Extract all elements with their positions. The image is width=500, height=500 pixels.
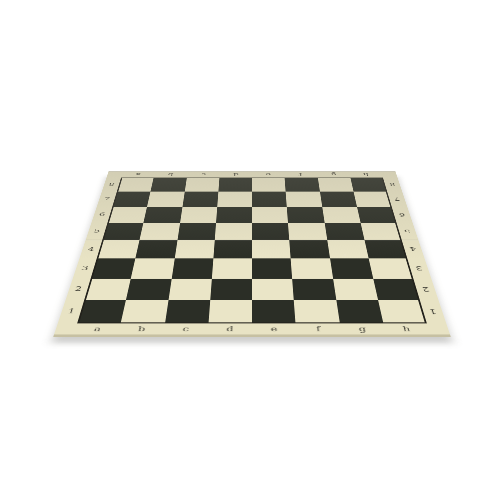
square-b5[interactable] (140, 223, 180, 240)
square-c7[interactable] (182, 192, 218, 207)
square-e7[interactable] (252, 192, 287, 207)
square-b8[interactable] (151, 178, 187, 192)
square-c3[interactable] (171, 259, 213, 279)
square-g5[interactable] (324, 223, 364, 240)
square-d1[interactable] (208, 300, 252, 323)
file-label-e-bottom: e (252, 323, 297, 334)
square-c6[interactable] (180, 207, 217, 223)
file-label-d-top: d (219, 172, 252, 178)
file-label-e-top: e (252, 172, 285, 178)
square-h7[interactable] (353, 192, 391, 207)
file-label-h-bottom: h (383, 323, 430, 334)
square-b2[interactable] (126, 278, 171, 300)
square-e4[interactable] (252, 240, 291, 259)
square-g4[interactable] (327, 240, 369, 259)
square-c5[interactable] (177, 223, 216, 240)
square-a4[interactable] (97, 240, 140, 259)
square-d3[interactable] (212, 259, 252, 279)
file-label-f-top: f (284, 172, 317, 178)
square-f6[interactable] (287, 207, 324, 223)
square-c4[interactable] (174, 240, 214, 259)
file-label-c-bottom: c (163, 323, 208, 334)
square-a1[interactable] (77, 300, 126, 323)
square-d7[interactable] (217, 192, 252, 207)
square-g1[interactable] (336, 300, 383, 323)
file-label-a-bottom: a (74, 323, 121, 334)
square-h1[interactable] (378, 300, 427, 323)
square-b7[interactable] (147, 192, 184, 207)
square-g7[interactable] (320, 192, 357, 207)
square-d2[interactable] (210, 278, 252, 300)
square-c2[interactable] (168, 278, 212, 300)
square-f8[interactable] (285, 178, 320, 192)
file-label-c-top: c (187, 172, 220, 178)
square-a5[interactable] (102, 223, 143, 240)
file-label-a-top: a (121, 172, 155, 178)
scene: abcdefgh8877665544332211abcdefgh (0, 0, 500, 500)
corner-bottom-right (427, 323, 450, 334)
square-h3[interactable] (368, 259, 413, 279)
square-e5[interactable] (252, 223, 289, 240)
square-a8[interactable] (117, 178, 154, 192)
file-label-b-top: b (154, 172, 188, 178)
chess-board: abcdefgh8877665544332211abcdefgh (54, 172, 450, 335)
file-label-b-bottom: b (118, 323, 164, 334)
square-e6[interactable] (252, 207, 288, 223)
square-e8[interactable] (252, 178, 286, 192)
square-d6[interactable] (216, 207, 252, 223)
square-d4[interactable] (213, 240, 252, 259)
square-c1[interactable] (165, 300, 210, 323)
square-f5[interactable] (288, 223, 327, 240)
square-g3[interactable] (330, 259, 373, 279)
square-e2[interactable] (252, 278, 294, 300)
square-h4[interactable] (364, 240, 407, 259)
square-f2[interactable] (292, 278, 336, 300)
square-h8[interactable] (350, 178, 387, 192)
square-e3[interactable] (252, 259, 292, 279)
square-g6[interactable] (322, 207, 361, 223)
square-c8[interactable] (184, 178, 219, 192)
square-b1[interactable] (121, 300, 168, 323)
square-f4[interactable] (289, 240, 329, 259)
square-d5[interactable] (215, 223, 252, 240)
square-a6[interactable] (107, 207, 147, 223)
file-label-h-top: h (349, 172, 383, 178)
square-h6[interactable] (357, 207, 397, 223)
square-h2[interactable] (373, 278, 420, 300)
square-b6[interactable] (144, 207, 183, 223)
rank-label-6-right: 6 (392, 207, 413, 223)
file-label-g-bottom: g (339, 323, 385, 334)
square-d8[interactable] (218, 178, 252, 192)
file-label-f-bottom: f (296, 323, 341, 334)
file-label-g-top: g (317, 172, 351, 178)
square-f3[interactable] (291, 259, 333, 279)
square-h5[interactable] (360, 223, 401, 240)
square-g8[interactable] (317, 178, 353, 192)
board-perspective-wrap: abcdefgh8877665544332211abcdefgh (54, 172, 450, 335)
square-f1[interactable] (294, 300, 339, 323)
file-label-d-bottom: d (207, 323, 252, 334)
square-a2[interactable] (84, 278, 131, 300)
square-b3[interactable] (131, 259, 174, 279)
square-a3[interactable] (91, 259, 136, 279)
rank-label-7-right: 7 (387, 192, 407, 207)
square-e1[interactable] (252, 300, 296, 323)
square-g2[interactable] (333, 278, 378, 300)
rank-label-8-right: 8 (383, 178, 402, 192)
square-f7[interactable] (286, 192, 322, 207)
square-b4[interactable] (136, 240, 178, 259)
square-a7[interactable] (112, 192, 150, 207)
